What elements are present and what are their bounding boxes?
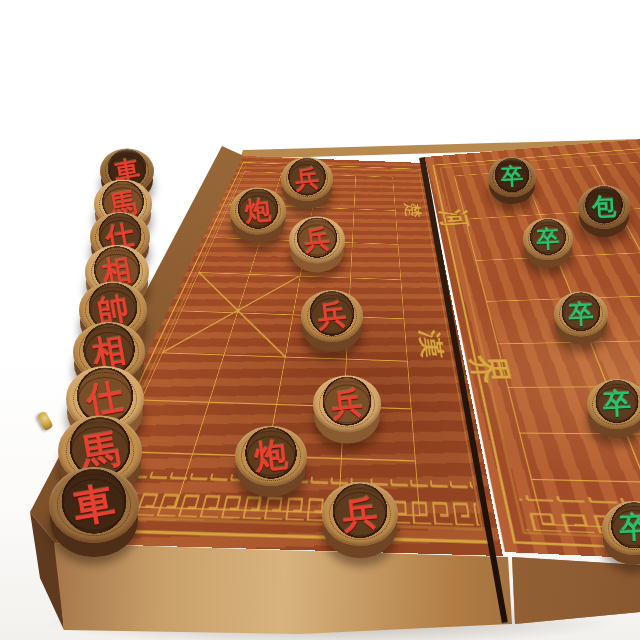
xiangqi-product-photo: 楚漢 河界 車馬仕相帥相仕馬車炮兵兵兵兵炮兵卒包卒卒卒卒 xyxy=(0,0,640,640)
piece-red-soldier[interactable]: 兵 xyxy=(301,290,363,342)
piece-character: 卒 xyxy=(553,290,609,338)
piece-red-soldier[interactable]: 兵 xyxy=(281,157,333,201)
piece-character: 兵 xyxy=(310,372,384,436)
piece-character: 兵 xyxy=(319,478,401,550)
piece-red-cannon[interactable]: 炮 xyxy=(230,188,286,235)
piece-character: 車 xyxy=(43,460,145,550)
piece-character: 炮 xyxy=(228,185,289,238)
piece-red-chariot[interactable]: 車 xyxy=(49,467,139,543)
piece-character: 包 xyxy=(577,184,631,231)
piece-character: 兵 xyxy=(298,287,365,345)
piece-green-soldier[interactable]: 卒 xyxy=(602,501,640,555)
piece-green-soldier[interactable]: 卒 xyxy=(587,379,640,429)
piece-green-soldier[interactable]: 卒 xyxy=(488,157,536,197)
piece-character: 卒 xyxy=(522,217,574,262)
piece-red-soldier[interactable]: 兵 xyxy=(322,482,398,546)
piece-character: 兵 xyxy=(279,154,335,203)
piece-character: 炮 xyxy=(232,422,310,489)
piece-green-cannon[interactable]: 包 xyxy=(578,185,630,229)
piece-character: 卒 xyxy=(601,499,640,556)
piece-character: 卒 xyxy=(586,377,640,430)
piece-character: 卒 xyxy=(487,156,537,198)
piece-red-cannon[interactable]: 炮 xyxy=(235,426,307,486)
piece-green-soldier[interactable]: 卒 xyxy=(554,292,608,337)
piece-red-soldier[interactable]: 兵 xyxy=(313,376,381,433)
piece-red-soldier[interactable]: 兵 xyxy=(289,217,345,264)
piece-green-soldier[interactable]: 卒 xyxy=(523,218,573,260)
pieces-layer: 車馬仕相帥相仕馬車炮兵兵兵兵炮兵卒包卒卒卒卒 xyxy=(0,0,640,640)
piece-character: 兵 xyxy=(287,214,348,267)
